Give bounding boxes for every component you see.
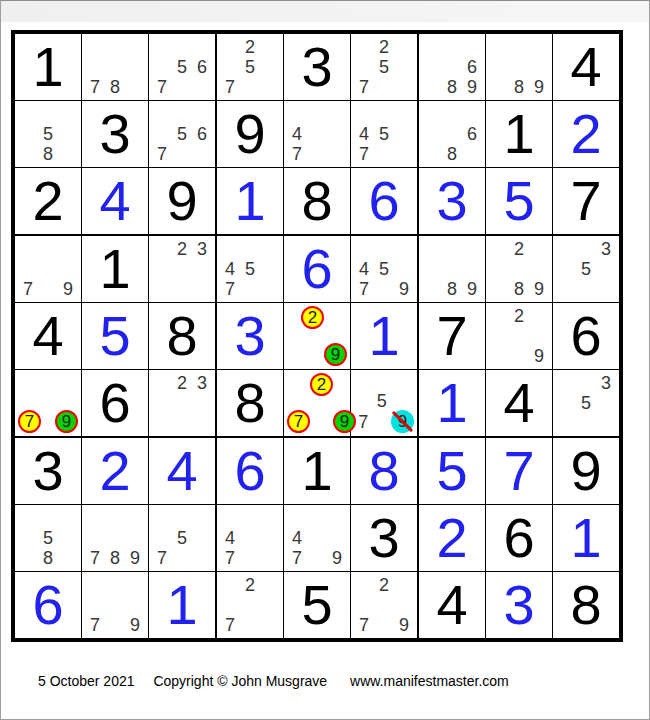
solved-digit: 3 (419, 168, 485, 234)
candidate-slot-2: 2 (310, 373, 333, 396)
cell-r2c9[interactable]: 2 (553, 101, 619, 167)
candidate-grid: 27 (220, 575, 280, 635)
candidate-5: 5 (379, 58, 389, 76)
candidate-slot-5: 5 (374, 124, 394, 144)
candidate-grid: 79 (18, 373, 78, 433)
candidate-grid: 23 (152, 239, 212, 299)
candidate-9: 9 (534, 347, 544, 365)
candidate-5: 5 (245, 260, 255, 278)
cell-r7c8[interactable]: 7 (486, 438, 552, 504)
box-8: 618474793275279 (217, 438, 417, 638)
candidate-8: 8 (514, 78, 524, 96)
cell-r1c1[interactable]: 1 (15, 34, 81, 100)
candidate-7: 7 (90, 549, 100, 567)
cell-r4c9[interactable]: 35 (553, 236, 619, 302)
candidate-9: 9 (534, 280, 544, 298)
candidate-slot-9: 9 (529, 279, 549, 299)
candidate-slot-5: 5 (374, 57, 394, 77)
candidate-7: 7 (225, 78, 235, 96)
candidate-grid: 29 (287, 306, 347, 366)
given-digit: 4 (486, 370, 552, 436)
candidate-slot-9: 9 (529, 77, 549, 97)
candidate-slot-3: 3 (596, 373, 616, 393)
candidate-slot-9: 9 (58, 279, 78, 299)
cell-r4c7[interactable]: 89 (419, 236, 485, 302)
candidate-grid: 23 (152, 373, 212, 433)
candidate-grid: 289 (489, 239, 549, 299)
candidate-2: 2 (379, 38, 389, 56)
candidate-5: 5 (379, 260, 389, 278)
cell-r7c7[interactable]: 5 (419, 438, 485, 504)
cell-r3c3[interactable]: 9 (149, 168, 215, 234)
highlight-circle-cyan-struck: 9 (391, 410, 414, 433)
candidate-8: 8 (110, 549, 120, 567)
solved-digit: 1 (553, 505, 619, 571)
candidate-3: 3 (197, 374, 207, 392)
candidate-4: 4 (292, 529, 302, 547)
candidate-slot-6: 6 (192, 124, 212, 144)
candidate-slot-2: 2 (240, 37, 260, 57)
candidate-slot-9: 9 (462, 77, 482, 97)
cell-r6c1[interactable]: 79 (15, 370, 81, 436)
candidate-slot-6: 6 (192, 57, 212, 77)
cell-r8c1[interactable]: 58 (15, 505, 81, 571)
candidate-slot-5: 5 (38, 528, 58, 548)
cell-r4c1[interactable]: 79 (15, 236, 81, 302)
given-digit: 8 (284, 168, 350, 234)
cell-r8c3[interactable]: 57 (149, 505, 215, 571)
given-digit: 9 (149, 168, 215, 234)
candidate-2: 2 (177, 374, 187, 392)
sudoku-board: 1785675835672492573257947457186689894681… (11, 30, 623, 642)
cell-r8c9[interactable]: 1 (553, 505, 619, 571)
candidate-2: 2 (379, 576, 389, 594)
cell-r7c6[interactable]: 8 (351, 438, 417, 504)
cell-r1c7[interactable]: 689 (419, 34, 485, 100)
candidate-slot-9: 9 (333, 410, 356, 433)
cell-r1c4[interactable]: 257 (217, 34, 283, 100)
candidate-slot-8: 8 (442, 144, 462, 164)
given-digit: 3 (351, 505, 417, 571)
candidate-9: 9 (399, 280, 409, 298)
candidate-slot-2: 2 (240, 575, 260, 595)
candidate-2: 2 (245, 38, 255, 56)
cell-r3c5[interactable]: 8 (284, 168, 350, 234)
candidate-slot-5: 5 (172, 124, 192, 144)
given-digit: 7 (553, 168, 619, 234)
candidate-grid: 457 (354, 104, 414, 164)
candidate-slot-9: 9 (529, 346, 549, 366)
candidate-slot-3: 3 (192, 373, 212, 393)
cell-r3c1[interactable]: 2 (15, 168, 81, 234)
given-digit: 9 (217, 101, 283, 167)
solved-digit: 6 (15, 572, 81, 638)
given-digit: 3 (15, 438, 81, 504)
candidate-slot-4: 4 (287, 528, 307, 548)
cell-r8c5[interactable]: 479 (284, 505, 350, 571)
highlight-circle-yellow: 2 (301, 306, 324, 329)
given-digit: 1 (486, 101, 552, 167)
solved-digit: 4 (149, 438, 215, 504)
solved-digit: 5 (486, 168, 552, 234)
candidate-9: 9 (467, 280, 477, 298)
cell-r9c8[interactable]: 3 (486, 572, 552, 638)
candidate-grid: 89 (422, 239, 482, 299)
cell-r7c4[interactable]: 6 (217, 438, 283, 504)
candidate-slot-7: 7 (85, 615, 105, 635)
cell-r6c2[interactable]: 6 (82, 370, 148, 436)
candidate-slot-8: 8 (38, 144, 58, 164)
candidate-7: 7 (359, 616, 369, 634)
candidate-8: 8 (514, 280, 524, 298)
cell-r9c4[interactable]: 27 (217, 572, 283, 638)
cell-r2c6[interactable]: 457 (351, 101, 417, 167)
cell-r4c4[interactable]: 457 (217, 236, 283, 302)
candidate-slot-2: 2 (509, 306, 529, 326)
cell-r3c6[interactable]: 6 (351, 168, 417, 234)
candidate-7: 7 (157, 78, 167, 96)
candidate-7: 7 (292, 549, 302, 567)
candidate-7: 7 (359, 145, 369, 163)
given-digit: 2 (15, 168, 81, 234)
candidate-9: 9 (130, 549, 140, 567)
box-4: 7912345879623 (15, 236, 215, 436)
candidate-7: 7 (225, 549, 235, 567)
candidate-7: 7 (23, 280, 33, 298)
candidate-slot-5: 5 (172, 528, 192, 548)
candidate-slot-7: 7 (220, 548, 240, 568)
cell-r1c6[interactable]: 257 (351, 34, 417, 100)
candidate-slot-7: 7 (354, 279, 374, 299)
candidate-4: 4 (359, 260, 369, 278)
candidate-6: 6 (467, 58, 477, 76)
candidate-5: 5 (43, 125, 53, 143)
candidate-slot-4: 4 (220, 259, 240, 279)
candidate-grid: 789 (85, 508, 145, 568)
cell-r7c3[interactable]: 4 (149, 438, 215, 504)
cell-r7c9[interactable]: 9 (553, 438, 619, 504)
candidate-5: 5 (245, 58, 255, 76)
sudoku-app-page: 1785675835672492573257947457186689894681… (0, 0, 650, 720)
given-digit: 1 (284, 438, 350, 504)
candidate-grid: 279 (354, 575, 414, 635)
highlight-circle-green: 9 (333, 410, 356, 433)
solved-digit: 1 (217, 168, 283, 234)
candidate-slot-4: 4 (354, 259, 374, 279)
candidate-7: 7 (90, 78, 100, 96)
cell-r7c1[interactable]: 3 (15, 438, 81, 504)
candidate-4: 4 (225, 260, 235, 278)
candidate-slot-9: 9 (55, 410, 78, 433)
box-9: 579261438 (419, 438, 619, 638)
candidate-2: 2 (308, 309, 317, 326)
box-2: 2573257947457186 (217, 34, 417, 234)
cell-r9c5[interactable]: 5 (284, 572, 350, 638)
candidate-slot-7: 7 (354, 144, 374, 164)
candidate-slot-7: 7 (287, 144, 307, 164)
highlight-circle-yellow: 2 (310, 373, 333, 396)
footer-date: 5 October 2021 (38, 673, 135, 689)
candidate-slot-3: 3 (192, 239, 212, 259)
solved-digit: 3 (486, 572, 552, 638)
candidate-slot-5: 5 (38, 124, 58, 144)
candidate-grid: 29 (489, 306, 549, 366)
candidate-6: 6 (197, 125, 207, 143)
cell-r6c7[interactable]: 1 (419, 370, 485, 436)
cell-r8c4[interactable]: 47 (217, 505, 283, 571)
candidate-slot-3: 3 (596, 239, 616, 259)
candidate-grid: 47 (287, 104, 347, 164)
cell-r5c8[interactable]: 29 (486, 303, 552, 369)
candidate-slot-9: 9 (125, 548, 145, 568)
given-digit: 1 (82, 236, 148, 302)
cell-r5c9[interactable]: 6 (553, 303, 619, 369)
candidate-8: 8 (110, 78, 120, 96)
candidate-slot-7: 7 (152, 144, 172, 164)
candidate-8: 8 (447, 78, 457, 96)
candidate-slot-2: 2 (301, 306, 324, 329)
candidate-grid: 279 (287, 373, 347, 433)
solved-digit: 1 (419, 370, 485, 436)
cell-r9c2[interactable]: 79 (82, 572, 148, 638)
candidate-5: 5 (379, 125, 389, 143)
candidate-3: 3 (601, 374, 611, 392)
candidate-grid: 57 (152, 508, 212, 568)
solved-digit: 2 (82, 438, 148, 504)
cell-r2c2[interactable]: 3 (82, 101, 148, 167)
cell-r5c7[interactable]: 7 (419, 303, 485, 369)
candidate-grid: 58 (18, 104, 78, 164)
candidate-7: 7 (225, 616, 235, 634)
highlight-circle-green: 9 (55, 410, 78, 433)
candidate-5: 5 (177, 125, 187, 143)
solved-digit: 4 (82, 168, 148, 234)
given-digit: 4 (553, 34, 619, 100)
candidate-7: 7 (225, 280, 235, 298)
cell-r2c7[interactable]: 68 (419, 101, 485, 167)
candidate-grid: 479 (287, 508, 347, 568)
cell-r9c3[interactable]: 1 (149, 572, 215, 638)
candidate-slot-2: 2 (374, 575, 394, 595)
cell-r5c5[interactable]: 29 (284, 303, 350, 369)
candidate-slot-2: 2 (172, 239, 192, 259)
candidate-3: 3 (197, 240, 207, 258)
candidate-grid: 457 (220, 239, 280, 299)
candidate-4: 4 (292, 125, 302, 143)
candidate-slot-7: 7 (354, 77, 374, 97)
candidate-slot-4: 4 (287, 124, 307, 144)
candidate-9: 9 (340, 413, 349, 430)
given-digit: 3 (82, 101, 148, 167)
candidate-slot-5: 5 (576, 393, 596, 413)
cell-r1c8[interactable]: 89 (486, 34, 552, 100)
cell-r6c8[interactable]: 4 (486, 370, 552, 436)
candidate-slot-9: 9 (324, 343, 347, 366)
cell-r6c6[interactable]: 579 (351, 370, 417, 436)
candidate-grid: 35 (556, 373, 616, 433)
highlight-circle-green: 9 (324, 343, 347, 366)
candidate-3: 3 (601, 240, 611, 258)
candidate-7: 7 (25, 413, 34, 430)
box-6: 892893572961435 (419, 236, 619, 436)
window-top-bar (1, 0, 650, 22)
footer-copyright: Copyright © John Musgrave (153, 673, 327, 689)
cell-r3c2[interactable]: 4 (82, 168, 148, 234)
cell-r9c1[interactable]: 6 (15, 572, 81, 638)
candidate-5: 5 (177, 58, 187, 76)
highlight-circle-yellow: 7 (287, 410, 310, 433)
cell-r1c2[interactable]: 78 (82, 34, 148, 100)
cell-r9c6[interactable]: 279 (351, 572, 417, 638)
candidate-slot-4: 4 (354, 124, 374, 144)
solved-digit: 5 (82, 303, 148, 369)
cell-r2c3[interactable]: 567 (149, 101, 215, 167)
footer: 5 October 2021 Copyright © John Musgrave… (38, 673, 509, 689)
given-digit: 5 (284, 572, 350, 638)
cell-r2c5[interactable]: 47 (284, 101, 350, 167)
cell-r1c9[interactable]: 4 (553, 34, 619, 100)
candidate-7: 7 (358, 413, 368, 431)
candidate-slot-5: 5 (240, 259, 260, 279)
footer-website-link: www.manifestmaster.com (350, 673, 509, 689)
cell-r4c6[interactable]: 4579 (351, 236, 417, 302)
cell-r6c9[interactable]: 35 (553, 370, 619, 436)
candidate-5: 5 (377, 392, 387, 410)
cell-r9c9[interactable]: 8 (553, 572, 619, 638)
candidate-9: 9 (62, 413, 71, 430)
given-digit: 6 (486, 505, 552, 571)
cell-r4c5[interactable]: 6 (284, 236, 350, 302)
candidate-slot-5: 5 (374, 259, 394, 279)
candidate-2: 2 (317, 376, 326, 393)
candidate-7: 7 (294, 413, 303, 430)
candidate-slot-2: 2 (374, 37, 394, 57)
cell-r1c5[interactable]: 3 (284, 34, 350, 100)
box-5: 4576457932918279579 (217, 236, 417, 436)
candidate-slot-7: 7 (354, 410, 373, 433)
candidate-slot-7: 7 (220, 77, 240, 97)
candidate-2: 2 (514, 307, 524, 325)
candidate-grid: 257 (354, 37, 414, 97)
given-digit: 3 (284, 34, 350, 100)
cell-r9c7[interactable]: 4 (419, 572, 485, 638)
candidate-9: 9 (467, 78, 477, 96)
cell-r2c1[interactable]: 58 (15, 101, 81, 167)
cell-r8c2[interactable]: 789 (82, 505, 148, 571)
candidate-slot-8: 8 (509, 279, 529, 299)
box-3: 6898946812357 (419, 34, 619, 234)
cell-r6c5[interactable]: 279 (284, 370, 350, 436)
candidate-slot-2: 2 (509, 239, 529, 259)
candidate-slot-9: 9 (391, 410, 414, 433)
candidate-9: 9 (331, 346, 340, 363)
given-digit: 8 (217, 370, 283, 436)
solved-digit: 6 (284, 236, 350, 302)
solved-digit: 3 (217, 303, 283, 369)
candidate-slot-8: 8 (105, 548, 125, 568)
cell-r8c8[interactable]: 6 (486, 505, 552, 571)
solved-digit: 6 (351, 168, 417, 234)
candidate-8: 8 (43, 549, 53, 567)
cell-r3c8[interactable]: 5 (486, 168, 552, 234)
cell-r8c7[interactable]: 2 (419, 505, 485, 571)
candidate-grid: 689 (422, 37, 482, 97)
candidate-slot-6: 6 (462, 124, 482, 144)
cell-r4c3[interactable]: 23 (149, 236, 215, 302)
given-digit: 1 (15, 34, 81, 100)
candidate-slot-8: 8 (38, 548, 58, 568)
given-digit: 4 (15, 303, 81, 369)
candidate-7: 7 (292, 145, 302, 163)
solved-digit: 6 (217, 438, 283, 504)
cell-r3c4[interactable]: 1 (217, 168, 283, 234)
candidate-slot-2: 2 (172, 373, 192, 393)
cell-r5c6[interactable]: 1 (351, 303, 417, 369)
cell-r5c3[interactable]: 8 (149, 303, 215, 369)
candidate-8: 8 (447, 145, 457, 163)
candidate-slot-7: 7 (152, 77, 172, 97)
cell-r4c8[interactable]: 289 (486, 236, 552, 302)
candidate-7: 7 (157, 549, 167, 567)
cell-r1c3[interactable]: 567 (149, 34, 215, 100)
candidate-grid: 35 (556, 239, 616, 299)
cell-r5c1[interactable]: 4 (15, 303, 81, 369)
candidate-slot-7: 7 (287, 410, 310, 433)
candidate-9: 9 (63, 280, 73, 298)
candidate-7: 7 (90, 616, 100, 634)
candidate-grid: 79 (85, 575, 145, 635)
candidate-slot-4: 4 (220, 528, 240, 548)
cell-r3c7[interactable]: 3 (419, 168, 485, 234)
cell-r5c4[interactable]: 3 (217, 303, 283, 369)
candidate-slot-7: 7 (18, 279, 38, 299)
cell-r6c3[interactable]: 23 (149, 370, 215, 436)
cell-r7c5[interactable]: 1 (284, 438, 350, 504)
solved-digit: 2 (553, 101, 619, 167)
candidate-slot-7: 7 (220, 615, 240, 635)
candidate-7: 7 (359, 78, 369, 96)
candidate-5: 5 (581, 394, 591, 412)
candidate-slot-7: 7 (85, 77, 105, 97)
candidate-4: 4 (359, 125, 369, 143)
cell-r8c6[interactable]: 3 (351, 505, 417, 571)
candidate-5: 5 (177, 529, 187, 547)
cell-r2c4[interactable]: 9 (217, 101, 283, 167)
cell-r6c4[interactable]: 8 (217, 370, 283, 436)
candidate-9: 9 (399, 616, 409, 634)
candidate-6: 6 (467, 125, 477, 143)
candidate-slot-7: 7 (18, 410, 41, 433)
candidate-grid: 68 (422, 104, 482, 164)
candidate-slot-8: 8 (442, 279, 462, 299)
candidate-slot-5: 5 (373, 392, 392, 411)
candidate-slot-7: 7 (220, 279, 240, 299)
candidate-slot-5: 5 (172, 57, 192, 77)
solved-digit: 1 (149, 572, 215, 638)
candidate-grid: 567 (152, 104, 212, 164)
candidate-slot-8: 8 (509, 77, 529, 97)
cell-r2c8[interactable]: 1 (486, 101, 552, 167)
candidate-slot-5: 5 (240, 57, 260, 77)
box-7: 32458789576791 (15, 438, 215, 638)
solved-digit: 7 (486, 438, 552, 504)
cell-r4c2[interactable]: 1 (82, 236, 148, 302)
cell-r3c9[interactable]: 7 (553, 168, 619, 234)
cell-r5c2[interactable]: 5 (82, 303, 148, 369)
candidate-slot-6: 6 (462, 57, 482, 77)
cell-r7c2[interactable]: 2 (82, 438, 148, 504)
candidate-6: 6 (197, 58, 207, 76)
